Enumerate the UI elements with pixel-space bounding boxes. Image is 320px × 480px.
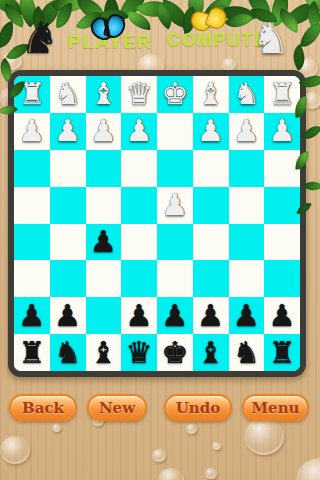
square-d3[interactable] <box>121 150 157 187</box>
board-grid: ♜♞♝♛♚♝♞♜♟♟♟♟♟♟♟♟♟♟♟♟♟♟♟♟♜♞♝♛♚♝♞♜ <box>14 76 300 371</box>
square-e6[interactable] <box>157 260 193 297</box>
square-d8[interactable]: ♛ <box>121 334 157 371</box>
piece-black-knight[interactable]: ♞ <box>54 338 81 368</box>
piece-black-bishop[interactable]: ♝ <box>90 338 117 368</box>
square-h7[interactable]: ♟ <box>264 297 300 334</box>
square-a4[interactable] <box>14 187 50 224</box>
square-g5[interactable] <box>229 224 265 261</box>
piece-white-pawn[interactable]: ♟ <box>161 190 188 220</box>
square-b1[interactable]: ♞ <box>50 76 86 113</box>
square-f7[interactable]: ♟ <box>193 297 229 334</box>
square-a5[interactable] <box>14 224 50 261</box>
square-c2[interactable]: ♟ <box>86 113 122 150</box>
water-droplet <box>244 418 284 455</box>
piece-white-king[interactable]: ♚ <box>161 79 188 109</box>
chess-app: ♜♞♝♛♚♝♞♜♟♟♟♟♟♟♟♟♟♟♟♟♟♟♟♟♜♞♝♛♚♝♞♜ ♞ PLAYE… <box>0 0 320 480</box>
square-g8[interactable]: ♞ <box>229 334 265 371</box>
square-f6[interactable] <box>193 260 229 297</box>
piece-white-rook[interactable]: ♜ <box>269 79 296 109</box>
square-b8[interactable]: ♞ <box>50 334 86 371</box>
water-droplet <box>152 449 166 462</box>
menu-button[interactable]: Menu <box>242 394 309 421</box>
square-d7[interactable]: ♟ <box>121 297 157 334</box>
square-e8[interactable]: ♚ <box>157 334 193 371</box>
piece-white-queen[interactable]: ♛ <box>126 79 153 109</box>
square-a8[interactable]: ♜ <box>14 334 50 371</box>
square-g7[interactable]: ♟ <box>229 297 265 334</box>
back-button[interactable]: Back <box>9 394 77 421</box>
square-a2[interactable]: ♟ <box>14 113 50 150</box>
piece-white-knight[interactable]: ♞ <box>54 79 81 109</box>
water-droplet <box>158 468 184 480</box>
square-g6[interactable] <box>229 260 265 297</box>
square-f3[interactable] <box>193 150 229 187</box>
square-b3[interactable] <box>50 150 86 187</box>
square-a6[interactable] <box>14 260 50 297</box>
piece-white-pawn[interactable]: ♟ <box>126 116 153 146</box>
square-f5[interactable] <box>193 224 229 261</box>
square-d4[interactable] <box>121 187 157 224</box>
piece-black-pawn[interactable]: ♟ <box>269 301 296 331</box>
square-a7[interactable]: ♟ <box>14 297 50 334</box>
square-h5[interactable] <box>264 224 300 261</box>
square-h4[interactable] <box>264 187 300 224</box>
leaf-decoration <box>0 21 16 48</box>
piece-white-bishop[interactable]: ♝ <box>90 79 117 109</box>
piece-white-pawn[interactable]: ♟ <box>269 116 296 146</box>
piece-black-rook[interactable]: ♜ <box>18 338 45 368</box>
square-d5[interactable] <box>121 224 157 261</box>
piece-white-knight[interactable]: ♞ <box>233 79 260 109</box>
square-e4[interactable]: ♟ <box>157 187 193 224</box>
piece-black-pawn[interactable]: ♟ <box>197 301 224 331</box>
square-e5[interactable] <box>157 224 193 261</box>
square-g4[interactable] <box>229 187 265 224</box>
piece-black-bishop[interactable]: ♝ <box>197 338 224 368</box>
piece-black-pawn[interactable]: ♟ <box>233 301 260 331</box>
piece-black-pawn[interactable]: ♟ <box>90 227 117 257</box>
square-b4[interactable] <box>50 187 86 224</box>
water-droplet <box>296 458 320 480</box>
square-f8[interactable]: ♝ <box>193 334 229 371</box>
square-g1[interactable]: ♞ <box>229 76 265 113</box>
piece-white-pawn[interactable]: ♟ <box>197 116 224 146</box>
piece-black-pawn[interactable]: ♟ <box>18 301 45 331</box>
square-f1[interactable]: ♝ <box>193 76 229 113</box>
square-e7[interactable]: ♟ <box>157 297 193 334</box>
square-f2[interactable]: ♟ <box>193 113 229 150</box>
square-f4[interactable] <box>193 187 229 224</box>
square-h6[interactable] <box>264 260 300 297</box>
piece-black-rook[interactable]: ♜ <box>269 338 296 368</box>
piece-white-pawn[interactable]: ♟ <box>54 116 81 146</box>
square-c6[interactable] <box>86 260 122 297</box>
square-e2[interactable] <box>157 113 193 150</box>
piece-white-pawn[interactable]: ♟ <box>18 116 45 146</box>
water-droplet <box>0 436 30 464</box>
square-h8[interactable]: ♜ <box>264 334 300 371</box>
square-c5[interactable]: ♟ <box>86 224 122 261</box>
square-b2[interactable]: ♟ <box>50 113 86 150</box>
piece-black-knight[interactable]: ♞ <box>233 338 260 368</box>
square-h2[interactable]: ♟ <box>264 113 300 150</box>
square-d1[interactable]: ♛ <box>121 76 157 113</box>
piece-white-bishop[interactable]: ♝ <box>197 79 224 109</box>
undo-button[interactable]: Undo <box>164 394 232 421</box>
square-b6[interactable] <box>50 260 86 297</box>
square-d2[interactable]: ♟ <box>121 113 157 150</box>
square-c8[interactable]: ♝ <box>86 334 122 371</box>
piece-black-king[interactable]: ♚ <box>161 338 188 368</box>
square-c4[interactable] <box>86 187 122 224</box>
water-droplet <box>212 442 221 450</box>
water-droplet <box>52 424 61 432</box>
white-knight-icon: ♞ <box>252 18 290 60</box>
square-c1[interactable]: ♝ <box>86 76 122 113</box>
new-button[interactable]: New <box>87 394 147 421</box>
square-c3[interactable] <box>86 150 122 187</box>
piece-white-pawn[interactable]: ♟ <box>90 116 117 146</box>
square-a3[interactable] <box>14 150 50 187</box>
chess-board: ♜♞♝♛♚♝♞♜♟♟♟♟♟♟♟♟♟♟♟♟♟♟♟♟♜♞♝♛♚♝♞♜ <box>8 70 306 377</box>
piece-black-pawn[interactable]: ♟ <box>54 301 81 331</box>
water-droplet <box>205 468 217 479</box>
piece-black-queen[interactable]: ♛ <box>126 338 153 368</box>
water-droplet <box>186 424 197 434</box>
square-e3[interactable] <box>157 150 193 187</box>
piece-black-pawn[interactable]: ♟ <box>161 301 188 331</box>
square-b5[interactable] <box>50 224 86 261</box>
square-g2[interactable]: ♟ <box>229 113 265 150</box>
square-g3[interactable] <box>229 150 265 187</box>
square-e1[interactable]: ♚ <box>157 76 193 113</box>
square-b7[interactable]: ♟ <box>50 297 86 334</box>
piece-white-pawn[interactable]: ♟ <box>233 116 260 146</box>
black-knight-icon: ♞ <box>20 16 59 60</box>
square-d6[interactable] <box>121 260 157 297</box>
piece-black-pawn[interactable]: ♟ <box>126 301 153 331</box>
square-c7[interactable] <box>86 297 122 334</box>
